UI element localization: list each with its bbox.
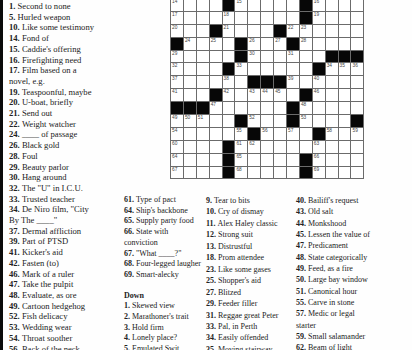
- grid-cell[interactable]: [184, 0, 197, 12]
- cell-number: 47: [211, 102, 216, 107]
- clue-number-label: 54.: [9, 333, 22, 343]
- cell-number: 65: [236, 154, 241, 159]
- grid-cell[interactable]: [223, 38, 236, 51]
- grid-cell[interactable]: [210, 63, 223, 76]
- clue-text: Take the pulpit: [22, 279, 73, 289]
- black-cell: [351, 51, 364, 64]
- clue-item: 25. Shopper's aid: [206, 275, 278, 286]
- black-cell: [248, 128, 261, 141]
- clue-item: 49. Cartoon hedgehog: [9, 301, 94, 312]
- grid-cell[interactable]: [339, 25, 352, 38]
- clue-text: Tear to bits: [214, 196, 250, 205]
- black-cell: [287, 115, 300, 128]
- grid-cell[interactable]: 18: [223, 12, 236, 25]
- grid-cell[interactable]: [210, 0, 223, 12]
- grid-cell[interactable]: 49: [171, 115, 184, 128]
- clue-text: Skewed view: [132, 301, 175, 310]
- clue-text: Distrustful: [218, 242, 252, 251]
- cell-number: 52: [249, 115, 254, 120]
- cell-number: 53: [301, 115, 306, 120]
- clue-number-label: 47.: [296, 241, 308, 250]
- grid-cell[interactable]: [287, 63, 300, 76]
- grid-cell[interactable]: 55: [235, 128, 248, 141]
- clue-number-label: 22.: [9, 119, 22, 129]
- grid-cell[interactable]: 21: [223, 25, 236, 38]
- grid-cell[interactable]: [184, 76, 197, 89]
- grid-cell[interactable]: [248, 25, 261, 38]
- grid-cell[interactable]: [351, 141, 364, 154]
- grid-cell[interactable]: [274, 128, 287, 141]
- grid-cell[interactable]: 30: [248, 51, 261, 64]
- grid-cell[interactable]: [313, 51, 326, 64]
- clue-item: 22. Weight watcher: [9, 119, 94, 130]
- cell-number: 37: [172, 76, 177, 81]
- grid-cell[interactable]: 26: [248, 38, 261, 51]
- grid-cell[interactable]: [287, 154, 300, 167]
- clue-text: Fish delicacy: [22, 311, 68, 321]
- cell-number: 15: [236, 0, 241, 4]
- cell-number: 33: [236, 63, 241, 68]
- grid-cell[interactable]: [197, 0, 210, 12]
- grid-cell[interactable]: [351, 102, 364, 115]
- grid-cell[interactable]: 50: [184, 115, 197, 128]
- cell-number: 69: [314, 167, 319, 172]
- clue-item: 69. Smart-alecky: [124, 270, 201, 281]
- clue-text: Strong suit: [218, 230, 253, 239]
- grid-cell[interactable]: 42: [223, 89, 236, 102]
- grid-cell[interactable]: 45: [274, 89, 287, 102]
- clue-item: 53. Wedding wear: [9, 322, 94, 333]
- black-cell: [223, 154, 236, 167]
- clue-item: 45. Lessen the value of: [296, 229, 370, 240]
- clue-text: Predicament: [308, 241, 348, 250]
- grid-cell[interactable]: [351, 0, 364, 12]
- grid-cell[interactable]: 62: [248, 141, 261, 154]
- clue-text: Supply party food: [136, 216, 194, 225]
- grid-cell[interactable]: [287, 89, 300, 102]
- cell-number: 26: [249, 38, 254, 43]
- clue-text: Type of pact: [136, 195, 176, 204]
- grid-cell[interactable]: [339, 76, 352, 89]
- clue-item: 10. Like some testimony: [9, 22, 94, 33]
- grid-cell[interactable]: 60: [171, 141, 184, 154]
- black-cell: [274, 76, 287, 89]
- grid-cell[interactable]: 41: [171, 89, 184, 102]
- clue-text: Easily offended: [218, 333, 268, 342]
- clue-number-label: 32.: [9, 183, 22, 193]
- clue-number-label: 48.: [9, 290, 22, 300]
- cell-number: 14: [172, 0, 177, 4]
- clue-item: 34. Easily offended: [206, 332, 278, 343]
- grid-cell[interactable]: [313, 115, 326, 128]
- cell-number: 22: [288, 25, 293, 30]
- grid-cell[interactable]: 58: [326, 128, 339, 141]
- clue-item: 16. Firefighting need: [9, 55, 94, 66]
- cell-number: 51: [198, 115, 203, 120]
- clue-item: 66. State with conviction: [124, 227, 201, 248]
- clue-item: 5. Hurled weapon: [9, 12, 94, 23]
- black-cell: [313, 63, 326, 76]
- grid-cell[interactable]: [326, 115, 339, 128]
- cell-number: 17: [172, 12, 177, 17]
- grid-cell[interactable]: [339, 89, 352, 102]
- grid-cell[interactable]: 20: [171, 25, 184, 38]
- grid-cell[interactable]: [326, 154, 339, 167]
- clue-number-label: 49.: [296, 264, 308, 273]
- cell-number: 18: [224, 12, 229, 17]
- grid-cell[interactable]: 35: [339, 63, 352, 76]
- black-cell: [235, 115, 248, 128]
- black-cell: [184, 102, 197, 115]
- grid-cell[interactable]: 24: [184, 38, 197, 51]
- cell-number: 27: [275, 38, 280, 43]
- grid-cell[interactable]: 56: [261, 128, 274, 141]
- grid-cell[interactable]: [197, 38, 210, 51]
- cell-number: 38: [224, 76, 229, 81]
- grid-cell[interactable]: [274, 141, 287, 154]
- clue-item: 12. Strong suit: [206, 229, 278, 240]
- grid-cell[interactable]: [184, 12, 197, 25]
- grid-cell[interactable]: [235, 12, 248, 25]
- grid-cell[interactable]: [300, 63, 313, 76]
- grid-cell[interactable]: [326, 0, 339, 12]
- grid-cell[interactable]: 53: [300, 115, 313, 128]
- cell-number: 43: [249, 89, 254, 94]
- grid-cell[interactable]: 16: [313, 0, 326, 12]
- grid-cell[interactable]: [197, 167, 210, 180]
- clue-text: Four-legged laugher: [136, 259, 201, 268]
- clue-text: Black gold: [22, 140, 59, 150]
- grid-cell[interactable]: 38: [223, 76, 236, 89]
- cell-number: 35: [340, 63, 345, 68]
- grid-cell[interactable]: [351, 25, 364, 38]
- grid-cell[interactable]: [210, 76, 223, 89]
- clue-number-label: 51.: [296, 287, 308, 296]
- grid-cell[interactable]: [210, 128, 223, 141]
- grid-cell[interactable]: 69: [313, 167, 326, 180]
- grid-cell[interactable]: [313, 38, 326, 51]
- clue-text: Firefighting need: [22, 55, 81, 65]
- grid-cell[interactable]: [287, 141, 300, 154]
- grid-cell[interactable]: [274, 115, 287, 128]
- clue-item: 30. Hang around: [9, 172, 94, 183]
- grid-cell[interactable]: 66: [313, 154, 326, 167]
- grid-cell[interactable]: [351, 154, 364, 167]
- grid-cell[interactable]: 67: [171, 167, 184, 180]
- clue-number-label: 3.: [124, 323, 132, 332]
- grid-cell[interactable]: [223, 115, 236, 128]
- grid-cell[interactable]: [274, 51, 287, 64]
- grid-cell[interactable]: [184, 89, 197, 102]
- clue-number-label: 10.: [206, 207, 218, 216]
- grid-cell[interactable]: [313, 102, 326, 115]
- black-cell: [339, 51, 352, 64]
- clue-item: 9. Tear to bits: [206, 195, 278, 206]
- grid-cell[interactable]: [313, 25, 326, 38]
- grid-cell[interactable]: [326, 141, 339, 154]
- grid-cell[interactable]: [235, 25, 248, 38]
- clue-number-label: 13.: [206, 242, 218, 251]
- grid-cell[interactable]: [235, 102, 248, 115]
- grid-cell[interactable]: [300, 76, 313, 89]
- grid-cell[interactable]: [184, 51, 197, 64]
- grid-cell[interactable]: [261, 141, 274, 154]
- cell-number: 46: [314, 89, 319, 94]
- grid-cell[interactable]: 44: [261, 89, 274, 102]
- grid-cell[interactable]: [300, 51, 313, 64]
- grid-cell[interactable]: 32: [171, 63, 184, 76]
- clue-number-label: 37.: [9, 226, 22, 236]
- grid-cell[interactable]: 61: [235, 141, 248, 154]
- grid-cell[interactable]: [261, 167, 274, 180]
- across-tail-and-down-clues-column: 61. Type of pact64. Ship's backbone65. S…: [124, 195, 201, 350]
- grid-cell[interactable]: 63: [313, 141, 326, 154]
- grid-cell[interactable]: [274, 12, 287, 25]
- grid-cell[interactable]: [300, 141, 313, 154]
- grid-cell[interactable]: [210, 12, 223, 25]
- grid-cell[interactable]: 40: [313, 76, 326, 89]
- grid-cell[interactable]: [351, 76, 364, 89]
- down-clues-middle-column: 9. Tear to bits10. Cry of dismay11. Alex…: [206, 195, 278, 350]
- clue-number-label: 67.: [124, 249, 136, 258]
- grid-cell[interactable]: 33: [235, 63, 248, 76]
- clue-item: 29. Feeder filler: [206, 298, 278, 309]
- grid-cell[interactable]: 15: [235, 0, 248, 12]
- grid-cell[interactable]: [235, 76, 248, 89]
- grid-cell[interactable]: 43: [248, 89, 261, 102]
- grid-cell[interactable]: [339, 115, 352, 128]
- down-head-list: 1. Skewed view2. Marathoner's trait3. Ho…: [124, 301, 201, 350]
- grid-cell[interactable]: 14: [171, 0, 184, 12]
- grid-cell[interactable]: 39: [287, 76, 300, 89]
- grid-cell[interactable]: [261, 63, 274, 76]
- grid-cell[interactable]: [339, 141, 352, 154]
- grid-cell[interactable]: 28: [300, 38, 313, 51]
- grid-cell[interactable]: 64: [171, 154, 184, 167]
- grid-cell[interactable]: [326, 89, 339, 102]
- clue-text: Cry of dismay: [218, 207, 264, 216]
- grid-cell[interactable]: [261, 12, 274, 25]
- grid-cell[interactable]: [300, 128, 313, 141]
- grid-cell[interactable]: [339, 102, 352, 115]
- grid-cell[interactable]: [248, 154, 261, 167]
- cell-number: 59: [352, 128, 357, 133]
- grid-cell[interactable]: [261, 51, 274, 64]
- grid-cell[interactable]: [248, 12, 261, 25]
- clue-number-label: 34.: [9, 204, 22, 214]
- grid-cell[interactable]: [274, 102, 287, 115]
- clue-text: Bailiff's request: [308, 196, 358, 205]
- clue-number-label: 11.: [206, 219, 218, 228]
- clue-item: 24. ____ of passage: [9, 129, 94, 140]
- grid-cell[interactable]: 57: [287, 128, 300, 141]
- grid-cell[interactable]: [197, 12, 210, 25]
- clue-item: 57. Medic or legal starter: [296, 308, 370, 331]
- clue-text: Cartoon hedgehog: [22, 301, 85, 311]
- clue-number-label: 23.: [206, 265, 218, 274]
- clue-text: State categorically: [308, 253, 367, 262]
- grid-cell[interactable]: [326, 102, 339, 115]
- grid-cell[interactable]: [184, 25, 197, 38]
- grid-cell[interactable]: [197, 154, 210, 167]
- grid-cell[interactable]: [248, 167, 261, 180]
- grid-cell[interactable]: [339, 38, 352, 51]
- clue-item: 41. Kicker's aid: [9, 247, 94, 258]
- clue-text: Beam of light: [308, 343, 352, 350]
- cell-number: 55: [236, 128, 241, 133]
- grid-cell[interactable]: [248, 0, 261, 12]
- grid-cell[interactable]: 19: [313, 12, 326, 25]
- grid-cell[interactable]: [261, 102, 274, 115]
- grid-cell[interactable]: [197, 25, 210, 38]
- grid-cell[interactable]: [326, 76, 339, 89]
- grid-cell[interactable]: [197, 51, 210, 64]
- grid-cell[interactable]: [248, 63, 261, 76]
- grid-cell[interactable]: [197, 89, 210, 102]
- grid-cell[interactable]: [197, 128, 210, 141]
- grid-cell[interactable]: [184, 63, 197, 76]
- grid-cell[interactable]: [210, 167, 223, 180]
- grid-cell[interactable]: 25: [210, 38, 223, 51]
- grid-cell[interactable]: [210, 115, 223, 128]
- grid-cell[interactable]: 68: [235, 167, 248, 180]
- clue-text: Lonely place?: [132, 333, 177, 342]
- grid-cell[interactable]: 48: [300, 102, 313, 115]
- clue-item: 11. Alex Haley classic: [206, 218, 278, 229]
- grid-cell[interactable]: [261, 38, 274, 51]
- grid-cell[interactable]: [351, 12, 364, 25]
- black-cell: [313, 128, 326, 141]
- black-cell: [197, 102, 210, 115]
- cell-number: 61: [236, 141, 241, 146]
- grid-cell[interactable]: 52: [248, 115, 261, 128]
- grid-cell[interactable]: [184, 167, 197, 180]
- grid-cell[interactable]: [274, 0, 287, 12]
- grid-cell[interactable]: [339, 154, 352, 167]
- grid-cell[interactable]: [210, 141, 223, 154]
- grid-cell[interactable]: [223, 51, 236, 64]
- grid-cell[interactable]: 17: [171, 12, 184, 25]
- clue-number-label: 65.: [124, 216, 136, 225]
- grid-cell[interactable]: 23: [300, 25, 313, 38]
- grid-cell[interactable]: [197, 63, 210, 76]
- clue-item: 47. Take the pulpit: [9, 279, 94, 290]
- cell-number: 28: [301, 38, 306, 43]
- cell-number: 67: [172, 167, 177, 172]
- clue-item: 40. Bailiff's request: [296, 195, 370, 206]
- grid-cell[interactable]: [351, 38, 364, 51]
- clue-item: 3. Hold firm: [124, 323, 201, 334]
- grid-cell[interactable]: [287, 167, 300, 180]
- grid-cell[interactable]: [223, 102, 236, 115]
- clue-number-label: 59.: [296, 332, 308, 341]
- grid-cell[interactable]: [274, 154, 287, 167]
- black-cell: [274, 25, 287, 38]
- cell-number: 39: [288, 76, 293, 81]
- grid-cell[interactable]: 47: [210, 102, 223, 115]
- clue-number-label: 48.: [296, 253, 308, 262]
- grid-cell[interactable]: [339, 12, 352, 25]
- grid-cell[interactable]: [184, 128, 197, 141]
- grid-cell[interactable]: [184, 154, 197, 167]
- cell-number: 50: [185, 115, 190, 120]
- cell-number: 21: [224, 25, 229, 30]
- across-clues-column: 1. Second to none5. Hurled weapon10. Lik…: [9, 1, 94, 350]
- grid-cell[interactable]: [210, 51, 223, 64]
- clue-item: 27. Blitzed: [206, 287, 278, 298]
- grid-cell[interactable]: 37: [171, 76, 184, 89]
- clue-item: 35. Moving stairway: [206, 344, 278, 350]
- grid-cell[interactable]: [184, 141, 197, 154]
- grid-cell[interactable]: 46: [313, 89, 326, 102]
- clue-text: Foul: [22, 151, 38, 161]
- grid-cell[interactable]: 34: [326, 63, 339, 76]
- grid-cell[interactable]: [326, 167, 339, 180]
- grid-cell[interactable]: [197, 76, 210, 89]
- grid-cell[interactable]: 27: [274, 38, 287, 51]
- black-cell: [210, 89, 223, 102]
- grid-cell[interactable]: [261, 154, 274, 167]
- black-cell: [235, 51, 248, 64]
- grid-cell[interactable]: [287, 12, 300, 25]
- grid-cell[interactable]: 22: [287, 25, 300, 38]
- black-cell: [171, 102, 184, 115]
- clue-item: 59. Small salamander: [296, 331, 370, 342]
- grid-cell[interactable]: [351, 89, 364, 102]
- grid-cell[interactable]: [261, 0, 274, 12]
- clue-item: 5. Emulated Swit: [124, 344, 201, 350]
- clue-text: Second to none: [18, 1, 71, 11]
- grid-cell[interactable]: [235, 89, 248, 102]
- grid-cell[interactable]: [326, 25, 339, 38]
- clue-number-label: 45.: [296, 230, 308, 239]
- grid-cell[interactable]: 65: [235, 154, 248, 167]
- grid-cell[interactable]: [261, 25, 274, 38]
- grid-cell[interactable]: [339, 128, 352, 141]
- clue-number-label: 5.: [9, 12, 18, 22]
- grid-cell[interactable]: 29: [171, 51, 184, 64]
- clue-item: 1. Second to none: [9, 1, 94, 12]
- clue-item: 23. Like some gases: [206, 264, 278, 275]
- grid-cell[interactable]: 31: [287, 51, 300, 64]
- clue-item: 34. De Niro film, "City By The ____": [9, 204, 94, 225]
- grid-cell[interactable]: 59: [351, 128, 364, 141]
- clue-number-label: 50.: [296, 275, 308, 284]
- grid-cell[interactable]: [339, 0, 352, 12]
- clue-text: Small salamander: [308, 332, 365, 341]
- grid-cell[interactable]: [287, 0, 300, 12]
- grid-cell[interactable]: [210, 154, 223, 167]
- clue-item: 17. Film based on a novel, e.g.: [9, 65, 94, 86]
- grid-cell[interactable]: [223, 128, 236, 141]
- grid-cell[interactable]: [274, 167, 287, 180]
- clue-text: Weight watcher: [22, 119, 76, 129]
- clue-number-label: 12.: [206, 230, 218, 239]
- grid-cell[interactable]: 51: [197, 115, 210, 128]
- grid-cell[interactable]: [326, 38, 339, 51]
- grid-cell[interactable]: [326, 12, 339, 25]
- grid-cell[interactable]: 54: [171, 128, 184, 141]
- grid-cell[interactable]: [339, 167, 352, 180]
- clue-item: 39. Part of PTSD: [9, 236, 94, 247]
- cell-number: 31: [288, 51, 293, 56]
- grid-cell[interactable]: [248, 102, 261, 115]
- grid-cell[interactable]: [197, 141, 210, 154]
- grid-cell[interactable]: 36: [351, 63, 364, 76]
- grid-cell[interactable]: [261, 115, 274, 128]
- grid-cell[interactable]: [351, 167, 364, 180]
- grid-cell[interactable]: [274, 63, 287, 76]
